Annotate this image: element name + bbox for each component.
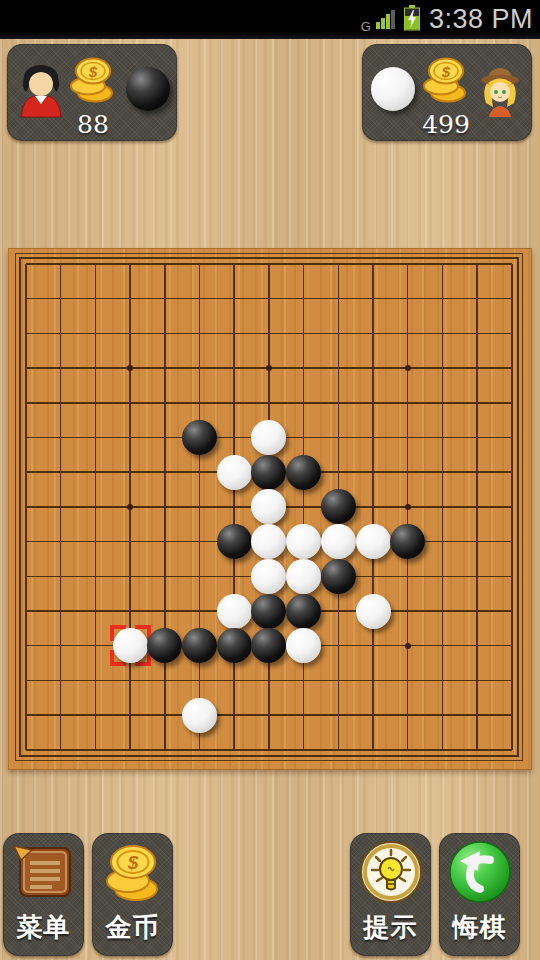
player-panel-black: $ 88	[7, 44, 177, 141]
black-player-avatar	[17, 62, 65, 122]
status-bar: G 3:38 PM	[0, 0, 540, 39]
menu-button[interactable]: 菜单	[3, 833, 84, 956]
gold-coins-icon: $	[67, 55, 119, 107]
hint-button-label: 提示	[364, 910, 418, 945]
svg-text:$: $	[126, 852, 138, 873]
grid-line	[26, 714, 512, 716]
white-stone	[356, 594, 391, 629]
star-point	[266, 365, 272, 371]
white-stone	[321, 524, 356, 559]
white-player-avatar	[479, 65, 521, 121]
grid-line	[372, 264, 374, 750]
clock-label: 3:38 PM	[429, 4, 533, 35]
gold-coins-icon: $	[101, 840, 165, 904]
black-stone	[286, 455, 321, 490]
menu-button-label: 菜单	[17, 910, 71, 945]
menu-notepad-icon	[12, 840, 76, 904]
black-stone-icon	[126, 67, 170, 111]
coins-button-label: 金币	[106, 910, 160, 945]
grid-line	[511, 264, 513, 750]
black-coin-count: 88	[65, 110, 121, 139]
gold-coins-icon: $	[420, 55, 472, 107]
black-stone	[321, 559, 356, 594]
star-point	[127, 504, 133, 510]
black-stone	[251, 455, 286, 490]
black-stone	[182, 628, 217, 663]
undo-arrow-icon	[448, 840, 512, 904]
white-stone	[251, 559, 286, 594]
white-stone	[113, 628, 148, 663]
signal-bars-icon	[376, 6, 398, 34]
battery-charging-icon	[403, 4, 421, 36]
svg-text:$: $	[88, 63, 98, 80]
svg-text:$: $	[441, 63, 451, 80]
white-stone	[217, 455, 252, 490]
grid-line	[476, 264, 478, 750]
star-point	[405, 643, 411, 649]
grid-line	[26, 749, 512, 751]
black-stone	[217, 628, 252, 663]
white-stone	[356, 524, 391, 559]
black-stone	[251, 594, 286, 629]
grid-line	[303, 264, 305, 750]
white-stone-icon	[371, 67, 415, 111]
grid-line	[26, 680, 512, 682]
hint-button[interactable]: 提示	[350, 833, 431, 956]
white-stone	[182, 698, 217, 733]
undo-button[interactable]: 悔棋	[439, 833, 520, 956]
white-stone	[217, 594, 252, 629]
coins-button[interactable]: $ 金币	[92, 833, 173, 956]
undo-button-label: 悔棋	[453, 910, 507, 945]
white-stone	[286, 524, 321, 559]
star-point	[405, 504, 411, 510]
black-stone	[182, 420, 217, 455]
gomoku-board[interactable]	[8, 248, 532, 770]
lightbulb-hint-icon	[359, 840, 423, 904]
star-point	[405, 365, 411, 371]
black-stone	[217, 524, 252, 559]
black-stone	[286, 594, 321, 629]
black-stone	[321, 489, 356, 524]
white-coin-count: 499	[418, 110, 474, 139]
game-screen: G 3:38 PM	[0, 0, 540, 960]
player-panel-white: $ 499	[362, 44, 532, 141]
network-type-label: G	[361, 19, 371, 34]
white-stone	[286, 559, 321, 594]
grid-line	[442, 264, 444, 750]
